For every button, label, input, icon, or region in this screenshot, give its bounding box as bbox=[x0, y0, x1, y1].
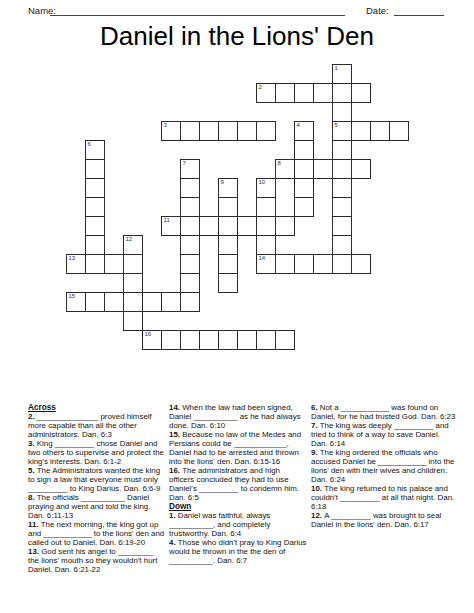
clue-number: 15 bbox=[69, 293, 76, 300]
cell-r11c8[interactable] bbox=[218, 273, 238, 293]
clue-number: 11 bbox=[164, 217, 170, 224]
clue-number-label: 10. bbox=[311, 484, 324, 493]
cell-r8c1[interactable] bbox=[85, 216, 105, 236]
clue-number-label: 8. bbox=[28, 493, 37, 502]
cell-r7c8[interactable] bbox=[218, 197, 238, 217]
cell-r14c11[interactable] bbox=[275, 330, 295, 350]
cell-r7c6[interactable] bbox=[180, 197, 200, 217]
cell-r9c14[interactable] bbox=[332, 235, 352, 255]
cell-r6c10[interactable]: 10 bbox=[256, 178, 276, 198]
name-fill-line[interactable] bbox=[50, 6, 345, 16]
cell-r12c1[interactable] bbox=[85, 292, 105, 312]
date-label: Date: bbox=[366, 5, 389, 16]
cell-r3c14[interactable]: 5 bbox=[332, 121, 352, 141]
cell-r5c14[interactable] bbox=[332, 159, 352, 179]
cell-r12c0[interactable]: 15 bbox=[66, 292, 86, 312]
clue-number-label: 15. bbox=[169, 430, 182, 439]
cell-r14c5[interactable] bbox=[161, 330, 181, 350]
cell-r10c12[interactable] bbox=[294, 254, 314, 274]
cell-r1c11[interactable] bbox=[275, 83, 295, 103]
clue-number-label: 13. bbox=[28, 547, 41, 556]
cell-r1c14[interactable] bbox=[332, 83, 352, 103]
cell-r3c17[interactable] bbox=[389, 121, 409, 141]
cell-r8c11[interactable] bbox=[275, 216, 295, 236]
clue-number: 2 bbox=[259, 84, 262, 91]
clue-number-label: 16. bbox=[169, 466, 182, 475]
clue-across-5: 5. The Administrators wanted the king to… bbox=[28, 466, 165, 493]
cell-r3c8[interactable] bbox=[218, 121, 238, 141]
cell-r7c1[interactable] bbox=[85, 197, 105, 217]
clue-number: 7 bbox=[183, 160, 186, 167]
clue-number: 12 bbox=[126, 236, 133, 243]
cell-r14c6[interactable] bbox=[180, 330, 200, 350]
clue-across-2: 2. ______________ proved himself more ca… bbox=[28, 412, 165, 439]
crossword-grid: 12345678910111213141516 bbox=[66, 64, 409, 350]
worksheet-page: Name: Date: Daniel in the Lions' Den 123… bbox=[0, 0, 474, 613]
cell-r6c14[interactable] bbox=[332, 178, 352, 198]
clue-down-10: 10. The king returned to his palace and … bbox=[311, 484, 456, 511]
cell-r6c12[interactable] bbox=[294, 178, 314, 198]
clue-number: 13 bbox=[69, 255, 76, 262]
clue-number: 10 bbox=[259, 179, 266, 186]
cell-r10c3[interactable] bbox=[123, 254, 143, 274]
cell-r10c1[interactable] bbox=[85, 254, 105, 274]
date-fill-line[interactable] bbox=[394, 6, 444, 16]
cell-r5c11[interactable]: 8 bbox=[275, 159, 295, 179]
cell-r14c10[interactable] bbox=[256, 330, 276, 350]
cell-r4c14[interactable] bbox=[332, 140, 352, 160]
clue-across-11: 11. The next morning, the king got up an… bbox=[28, 520, 165, 547]
clue-column-2: 14. When the law had been signed, Daniel… bbox=[169, 403, 307, 565]
cell-r1c15[interactable] bbox=[351, 83, 371, 103]
clue-number-label: 4. bbox=[169, 538, 178, 547]
cell-r5c13[interactable] bbox=[313, 159, 333, 179]
cell-r9c1[interactable] bbox=[85, 235, 105, 255]
cell-r3c10[interactable] bbox=[256, 121, 276, 141]
cell-r9c6[interactable] bbox=[180, 235, 200, 255]
clue-number: 16 bbox=[145, 331, 152, 338]
clue-across-14: 14. When the law had been signed, Daniel… bbox=[169, 403, 307, 430]
clue-number-label: 5. bbox=[28, 466, 37, 475]
cell-r3c16[interactable] bbox=[370, 121, 390, 141]
cell-r12c2[interactable] bbox=[104, 292, 124, 312]
clue-number-label: 7. bbox=[311, 421, 320, 430]
clue-number-label: 1. bbox=[169, 511, 178, 520]
clue-number: 1 bbox=[335, 65, 338, 72]
cell-r12c5[interactable] bbox=[161, 292, 181, 312]
cell-r3c6[interactable] bbox=[180, 121, 200, 141]
cell-r8c5[interactable]: 11 bbox=[161, 216, 181, 236]
cell-r11c6[interactable] bbox=[180, 273, 200, 293]
cell-r7c10[interactable] bbox=[256, 197, 276, 217]
cell-r8c8[interactable] bbox=[218, 216, 238, 236]
clue-down-1: 1. Daniel was faithful, always _________… bbox=[169, 511, 307, 538]
cell-r2c14[interactable] bbox=[332, 102, 352, 122]
cell-r14c9[interactable] bbox=[237, 330, 257, 350]
clue-number: 9 bbox=[221, 179, 224, 186]
cell-r8c9[interactable] bbox=[237, 216, 257, 236]
cell-r1c13[interactable] bbox=[313, 83, 333, 103]
cell-r7c14[interactable] bbox=[332, 197, 352, 217]
clue-number-label: 14. bbox=[169, 403, 182, 412]
clue-number: 4 bbox=[297, 122, 300, 129]
clue-across-16: 16. The administrators and high officers… bbox=[169, 466, 307, 502]
cell-r4c1[interactable]: 6 bbox=[85, 140, 105, 160]
puzzle-title: Daniel in the Lions' Den bbox=[0, 21, 474, 51]
cell-r8c14[interactable] bbox=[332, 216, 352, 236]
cell-r10c14[interactable] bbox=[332, 254, 352, 274]
clue-down-6: 6. Not a ___________ was found on Daniel… bbox=[311, 403, 456, 421]
cell-r1c10[interactable]: 2 bbox=[256, 83, 276, 103]
across-heading: Across bbox=[28, 403, 165, 412]
clue-down-4: 4. Those who didn't pray to King Darius … bbox=[169, 538, 307, 565]
clue-across-3: 3. King _________ chose Daniel and two o… bbox=[28, 439, 165, 466]
clue-across-8: 8. The officials __________ Daniel prayi… bbox=[28, 493, 165, 520]
cell-r5c6[interactable]: 7 bbox=[180, 159, 200, 179]
cell-r14c4[interactable]: 16 bbox=[142, 330, 162, 350]
cell-r12c4[interactable] bbox=[142, 292, 162, 312]
cell-r5c1[interactable] bbox=[85, 159, 105, 179]
cell-r4c12[interactable] bbox=[294, 140, 314, 160]
cell-r8c6[interactable] bbox=[180, 216, 200, 236]
cell-r10c6[interactable] bbox=[180, 254, 200, 274]
cell-r9c10[interactable] bbox=[256, 235, 276, 255]
clue-number-label: 12. bbox=[311, 511, 324, 520]
down-heading: Down bbox=[169, 502, 307, 511]
clue-across-13: 13. God sent his angel to ________ the l… bbox=[28, 547, 165, 574]
cell-r5c12[interactable] bbox=[294, 159, 314, 179]
cell-r3c12[interactable]: 4 bbox=[294, 121, 314, 141]
clue-number: 8 bbox=[278, 160, 281, 167]
cell-r8c7[interactable] bbox=[199, 216, 219, 236]
cell-r14c8[interactable] bbox=[218, 330, 238, 350]
cell-r7c12[interactable] bbox=[294, 197, 314, 217]
clue-number-label: 9. bbox=[311, 448, 320, 457]
clue-number: 6 bbox=[88, 141, 91, 148]
clue-number-label: 11. bbox=[28, 520, 41, 529]
cell-r6c6[interactable] bbox=[180, 178, 200, 198]
cell-r6c1[interactable] bbox=[85, 178, 105, 198]
clue-down-12: 12. A _________ was brought to seal Dani… bbox=[311, 511, 456, 529]
cell-r5c15[interactable] bbox=[351, 159, 371, 179]
cell-r3c7[interactable] bbox=[199, 121, 219, 141]
cell-r3c5[interactable]: 3 bbox=[161, 121, 181, 141]
cell-r3c15[interactable] bbox=[351, 121, 371, 141]
cell-r10c15[interactable] bbox=[351, 254, 371, 274]
cell-r9c8[interactable] bbox=[218, 235, 238, 255]
cell-r10c8[interactable] bbox=[218, 254, 238, 274]
cell-r8c10[interactable] bbox=[256, 216, 276, 236]
clue-number-label: 2. bbox=[28, 412, 37, 421]
cell-r10c13[interactable] bbox=[313, 254, 333, 274]
clue-column-3: 6. Not a ___________ was found on Daniel… bbox=[311, 403, 456, 529]
cell-r0c14[interactable]: 1 bbox=[332, 64, 352, 84]
cell-r10c10[interactable]: 14 bbox=[256, 254, 276, 274]
cell-r10c11[interactable] bbox=[275, 254, 295, 274]
cell-r14c7[interactable] bbox=[199, 330, 219, 350]
clue-column-1: Across2. ______________ proved himself m… bbox=[28, 403, 165, 574]
cell-r11c3[interactable] bbox=[123, 273, 143, 293]
cell-r1c12[interactable] bbox=[294, 83, 314, 103]
cell-r10c2[interactable] bbox=[104, 254, 124, 274]
cell-r6c8[interactable]: 9 bbox=[218, 178, 238, 198]
clue-number: 5 bbox=[335, 122, 338, 129]
clue-number-label: 6. bbox=[311, 403, 320, 412]
clue-number: 14 bbox=[259, 255, 266, 262]
clue-number: 3 bbox=[164, 122, 167, 129]
clue-down-9: 9. The king ordered the officials who ac… bbox=[311, 448, 456, 484]
cell-r13c3[interactable] bbox=[123, 311, 143, 331]
cell-r12c6[interactable] bbox=[180, 292, 200, 312]
clue-number-label: 3. bbox=[28, 439, 37, 448]
clue-down-7: 7. The king was deeply _________ and tri… bbox=[311, 421, 456, 448]
clue-across-15: 15. Because no law of the Medes and Pers… bbox=[169, 430, 307, 466]
cell-r9c3[interactable]: 12 bbox=[123, 235, 143, 255]
cell-r12c3[interactable] bbox=[123, 292, 143, 312]
cell-r3c9[interactable] bbox=[237, 121, 257, 141]
cell-r10c0[interactable]: 13 bbox=[66, 254, 86, 274]
